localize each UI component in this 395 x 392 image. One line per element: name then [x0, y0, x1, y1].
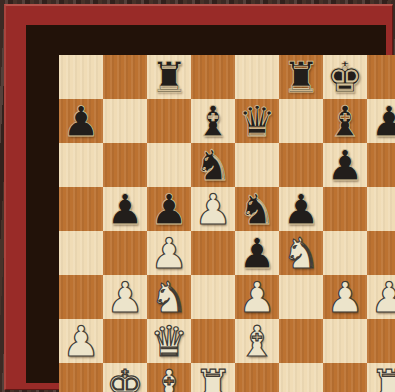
square-b5[interactable]: ♟ [103, 187, 147, 231]
square-a6[interactable] [59, 143, 103, 187]
piece-white-queen[interactable]: ♛ [147, 319, 191, 363]
square-d2[interactable] [191, 319, 235, 363]
square-f8[interactable]: ♜ [279, 55, 323, 99]
square-f7[interactable] [279, 99, 323, 143]
square-c1[interactable]: ♝ [147, 363, 191, 392]
piece-white-knight[interactable]: ♞ [147, 275, 191, 319]
square-c5[interactable]: ♟ [147, 187, 191, 231]
square-a7[interactable]: ♟ [59, 99, 103, 143]
square-d5[interactable]: ♟ [191, 187, 235, 231]
piece-black-pawn[interactable]: ♟ [367, 99, 395, 143]
square-e2[interactable]: ♝ [235, 319, 279, 363]
square-g3[interactable]: ♟ [323, 275, 367, 319]
square-h8[interactable] [367, 55, 395, 99]
square-c3[interactable]: ♞ [147, 275, 191, 319]
piece-black-rook[interactable]: ♜ [147, 55, 191, 99]
square-f2[interactable] [279, 319, 323, 363]
piece-black-pawn[interactable]: ♟ [235, 231, 279, 275]
square-b3[interactable]: ♟ [103, 275, 147, 319]
square-a4[interactable] [59, 231, 103, 275]
square-d7[interactable]: ♝ [191, 99, 235, 143]
square-d6[interactable]: ♞ [191, 143, 235, 187]
square-a3[interactable] [59, 275, 103, 319]
square-g5[interactable] [323, 187, 367, 231]
piece-black-knight[interactable]: ♞ [235, 187, 279, 231]
piece-black-king[interactable]: ♚ [323, 55, 367, 99]
piece-white-king[interactable]: ♚ [103, 363, 147, 392]
square-g8[interactable]: ♚ [323, 55, 367, 99]
board-frame-wood: ♜♜♚♟♝♛♝♟♞♟♟♟♟♞♟♟♟♞♟♞♟♟♟♟♛♝♚♝♜♜ [0, 0, 395, 392]
square-b4[interactable] [103, 231, 147, 275]
piece-white-pawn[interactable]: ♟ [59, 319, 103, 363]
piece-black-pawn[interactable]: ♟ [147, 187, 191, 231]
square-f6[interactable] [279, 143, 323, 187]
piece-black-queen[interactable]: ♛ [235, 99, 279, 143]
square-g7[interactable]: ♝ [323, 99, 367, 143]
square-c2[interactable]: ♛ [147, 319, 191, 363]
square-e1[interactable] [235, 363, 279, 392]
board-frame-red: ♜♜♚♟♝♛♝♟♞♟♟♟♟♞♟♟♟♞♟♞♟♟♟♟♛♝♚♝♜♜ [4, 4, 393, 390]
piece-white-knight[interactable]: ♞ [279, 231, 323, 275]
square-b7[interactable] [103, 99, 147, 143]
square-g2[interactable] [323, 319, 367, 363]
square-h6[interactable] [367, 143, 395, 187]
square-f4[interactable]: ♞ [279, 231, 323, 275]
square-a1[interactable] [59, 363, 103, 392]
square-d8[interactable] [191, 55, 235, 99]
square-f5[interactable]: ♟ [279, 187, 323, 231]
square-d3[interactable] [191, 275, 235, 319]
square-e5[interactable]: ♞ [235, 187, 279, 231]
piece-black-bishop[interactable]: ♝ [323, 99, 367, 143]
square-f1[interactable] [279, 363, 323, 392]
square-e3[interactable]: ♟ [235, 275, 279, 319]
square-g1[interactable] [323, 363, 367, 392]
square-a2[interactable]: ♟ [59, 319, 103, 363]
piece-black-knight[interactable]: ♞ [191, 143, 235, 187]
square-a5[interactable] [59, 187, 103, 231]
square-h4[interactable] [367, 231, 395, 275]
square-h5[interactable] [367, 187, 395, 231]
piece-white-pawn[interactable]: ♟ [191, 187, 235, 231]
piece-white-pawn[interactable]: ♟ [235, 275, 279, 319]
square-h2[interactable] [367, 319, 395, 363]
piece-black-pawn[interactable]: ♟ [103, 187, 147, 231]
square-c8[interactable]: ♜ [147, 55, 191, 99]
piece-white-pawn[interactable]: ♟ [103, 275, 147, 319]
piece-white-rook[interactable]: ♜ [367, 363, 395, 392]
piece-white-bishop[interactable]: ♝ [235, 319, 279, 363]
square-b6[interactable] [103, 143, 147, 187]
square-a8[interactable] [59, 55, 103, 99]
piece-white-rook[interactable]: ♜ [191, 363, 235, 392]
square-b8[interactable] [103, 55, 147, 99]
piece-black-pawn[interactable]: ♟ [59, 99, 103, 143]
piece-white-pawn[interactable]: ♟ [147, 231, 191, 275]
piece-white-pawn[interactable]: ♟ [367, 275, 395, 319]
board-frame-inner: ♜♜♚♟♝♛♝♟♞♟♟♟♟♞♟♟♟♞♟♞♟♟♟♟♛♝♚♝♜♜ [26, 25, 386, 383]
square-c4[interactable]: ♟ [147, 231, 191, 275]
piece-black-bishop[interactable]: ♝ [191, 99, 235, 143]
square-d1[interactable]: ♜ [191, 363, 235, 392]
square-b2[interactable] [103, 319, 147, 363]
square-g6[interactable]: ♟ [323, 143, 367, 187]
square-e4[interactable]: ♟ [235, 231, 279, 275]
square-e8[interactable] [235, 55, 279, 99]
square-c6[interactable] [147, 143, 191, 187]
piece-white-bishop[interactable]: ♝ [147, 363, 191, 392]
square-b1[interactable]: ♚ [103, 363, 147, 392]
piece-black-rook[interactable]: ♜ [279, 55, 323, 99]
piece-black-pawn[interactable]: ♟ [323, 143, 367, 187]
square-f3[interactable] [279, 275, 323, 319]
square-d4[interactable] [191, 231, 235, 275]
square-e7[interactable]: ♛ [235, 99, 279, 143]
square-e6[interactable] [235, 143, 279, 187]
piece-white-pawn[interactable]: ♟ [323, 275, 367, 319]
square-g4[interactable] [323, 231, 367, 275]
square-h3[interactable]: ♟ [367, 275, 395, 319]
piece-black-pawn[interactable]: ♟ [279, 187, 323, 231]
square-h1[interactable]: ♜ [367, 363, 395, 392]
square-h7[interactable]: ♟ [367, 99, 395, 143]
chess-board: ♜♜♚♟♝♛♝♟♞♟♟♟♟♞♟♟♟♞♟♞♟♟♟♟♛♝♚♝♜♜ [59, 55, 395, 392]
square-c7[interactable] [147, 99, 191, 143]
